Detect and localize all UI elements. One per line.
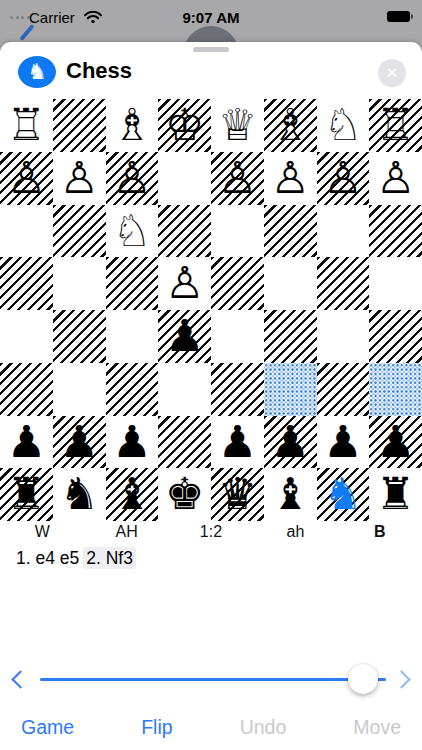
square-a3[interactable] — [369, 205, 422, 258]
square-d8[interactable]: ♛ — [211, 468, 264, 521]
square-f1[interactable]: ♗ — [106, 99, 159, 152]
piece-black-pawn[interactable]: ♟ — [59, 416, 98, 469]
square-a7[interactable]: ♟ — [369, 416, 422, 469]
square-h8[interactable]: ♜ — [0, 468, 53, 521]
square-e7[interactable] — [158, 416, 211, 469]
black-castling-rights: ah — [253, 523, 337, 541]
square-b7[interactable]: ♟ — [317, 416, 370, 469]
square-g6[interactable] — [53, 363, 106, 416]
square-a5[interactable] — [369, 310, 422, 363]
square-a2[interactable]: ♙ — [369, 152, 422, 205]
square-d1[interactable]: ♕ — [211, 99, 264, 152]
square-d7[interactable]: ♟ — [211, 416, 264, 469]
score-indicator: 1:2 — [169, 523, 253, 541]
clock-label: 9:07 AM — [0, 9, 422, 26]
piece-white-pawn[interactable]: ♙ — [59, 152, 98, 205]
square-a8[interactable]: ♜ — [369, 468, 422, 521]
square-a4[interactable] — [369, 257, 422, 310]
move-button[interactable]: Move — [353, 716, 401, 739]
piece-white-bishop[interactable]: ♗ — [112, 99, 151, 152]
square-b5[interactable] — [317, 310, 370, 363]
piece-black-rook[interactable]: ♜ — [7, 468, 46, 521]
square-e4[interactable]: ♙ — [158, 257, 211, 310]
square-e2[interactable] — [158, 152, 211, 205]
square-e1[interactable]: ♔ — [158, 99, 211, 152]
black-label side-to-move: B — [338, 523, 422, 541]
square-d2[interactable]: ♙ — [211, 152, 264, 205]
piece-black-pawn[interactable]: ♟ — [7, 416, 46, 469]
flip-button[interactable]: Flip — [141, 716, 172, 739]
piece-white-bishop[interactable]: ♗ — [270, 99, 309, 152]
app-logo knight-icon: ♞ — [18, 56, 56, 88]
board-status-row: W AH 1:2 ah B — [0, 523, 422, 541]
piece-white-rook[interactable]: ♖ — [376, 99, 415, 152]
square-b6[interactable] — [317, 363, 370, 416]
piece-white-pawn[interactable]: ♙ — [323, 152, 362, 205]
piece-black-queen[interactable]: ♛ — [218, 468, 257, 521]
square-e3[interactable] — [158, 205, 211, 258]
piece-black-pawn[interactable]: ♟ — [376, 416, 415, 469]
undo-button[interactable]: Undo — [240, 716, 287, 739]
phone-screen: Carrier 9:07 AM ♞ Chess ✕ ♖♗♔♕♗♘♖♙♙♙♙♙♙♙… — [0, 0, 422, 750]
move-slider-knob[interactable] — [348, 664, 378, 694]
piece-black-knight[interactable]: ♞ — [323, 468, 362, 521]
piece-white-rook[interactable]: ♖ — [7, 99, 46, 152]
square-c5[interactable] — [264, 310, 317, 363]
square-g1[interactable] — [53, 99, 106, 152]
square-c8[interactable]: ♝ — [264, 468, 317, 521]
square-e5[interactable]: ♟ — [158, 310, 211, 363]
logo-knight-glyph: ♞ — [27, 61, 47, 83]
piece-white-knight[interactable]: ♘ — [323, 99, 362, 152]
piece-white-knight[interactable]: ♘ — [112, 205, 151, 258]
close-icon: ✕ — [386, 64, 399, 82]
square-f4[interactable] — [106, 257, 159, 310]
white-label: W — [0, 523, 84, 541]
square-b1[interactable]: ♘ — [317, 99, 370, 152]
piece-white-queen[interactable]: ♕ — [218, 99, 257, 152]
square-g8[interactable]: ♞ — [53, 468, 106, 521]
piece-white-pawn[interactable]: ♙ — [7, 152, 46, 205]
square-e6[interactable] — [158, 363, 211, 416]
piece-black-pawn[interactable]: ♟ — [323, 416, 362, 469]
square-b8[interactable]: ♞ — [317, 468, 370, 521]
square-b2[interactable]: ♙ — [317, 152, 370, 205]
square-g4[interactable] — [53, 257, 106, 310]
square-h1[interactable]: ♖ — [0, 99, 53, 152]
square-h4[interactable] — [0, 257, 53, 310]
battery-icon — [387, 11, 410, 22]
piece-black-bishop[interactable]: ♝ — [270, 468, 309, 521]
game-button[interactable]: Game — [21, 716, 74, 739]
square-h3[interactable] — [0, 205, 53, 258]
square-b3[interactable] — [317, 205, 370, 258]
piece-white-pawn[interactable]: ♙ — [270, 152, 309, 205]
square-h2[interactable]: ♙ — [0, 152, 53, 205]
square-c2[interactable]: ♙ — [264, 152, 317, 205]
piece-white-pawn[interactable]: ♙ — [218, 152, 257, 205]
moves-played: 1. e4 e5 — [16, 548, 79, 568]
piece-black-pawn[interactable]: ♟ — [165, 310, 204, 363]
square-c3[interactable] — [264, 205, 317, 258]
move-list: 1. e4 e52. Nf3 — [16, 548, 136, 569]
piece-black-king[interactable]: ♚ — [165, 468, 204, 521]
piece-black-pawn[interactable]: ♟ — [218, 416, 257, 469]
chess-board: ♖♗♔♕♗♘♖♙♙♙♙♙♙♙♘♙♟♟♟♟♟♟♟♟♜♞♝♚♛♝♞♜ — [0, 99, 422, 521]
piece-black-bishop[interactable]: ♝ — [112, 468, 151, 521]
close-button[interactable]: ✕ — [378, 59, 406, 87]
square-h7[interactable]: ♟ — [0, 416, 53, 469]
white-castling-rights: AH — [84, 523, 168, 541]
square-a6[interactable] — [369, 363, 422, 416]
sheet-grab-handle[interactable] — [193, 47, 229, 52]
square-c6[interactable] — [264, 363, 317, 416]
bottom-toolbar: Game Flip Undo Move — [0, 716, 422, 739]
square-d6[interactable] — [211, 363, 264, 416]
square-f3[interactable]: ♘ — [106, 205, 159, 258]
piece-white-pawn[interactable]: ♙ — [112, 152, 151, 205]
square-f2[interactable]: ♙ — [106, 152, 159, 205]
square-f8[interactable]: ♝ — [106, 468, 159, 521]
square-a1[interactable]: ♖ — [369, 99, 422, 152]
piece-black-knight[interactable]: ♞ — [59, 468, 98, 521]
square-c4[interactable] — [264, 257, 317, 310]
status-bar: Carrier 9:07 AM — [0, 0, 422, 42]
square-d4[interactable] — [211, 257, 264, 310]
square-b4[interactable] — [317, 257, 370, 310]
previous-move-icon[interactable] — [11, 670, 29, 688]
square-g7[interactable]: ♟ — [53, 416, 106, 469]
square-c7[interactable]: ♟ — [264, 416, 317, 469]
next-move-icon[interactable] — [392, 670, 410, 688]
square-d5[interactable] — [211, 310, 264, 363]
piece-white-pawn[interactable]: ♙ — [165, 257, 204, 310]
piece-white-king[interactable]: ♔ — [165, 99, 204, 152]
square-g2[interactable]: ♙ — [53, 152, 106, 205]
square-h6[interactable] — [0, 363, 53, 416]
move-slider-row — [0, 659, 422, 705]
square-f6[interactable] — [106, 363, 159, 416]
piece-white-pawn[interactable]: ♙ — [376, 152, 415, 205]
square-h5[interactable] — [0, 310, 53, 363]
square-f5[interactable] — [106, 310, 159, 363]
chess-sheet: ♞ Chess ✕ ♖♗♔♕♗♘♖♙♙♙♙♙♙♙♘♙♟♟♟♟♟♟♟♟♜♞♝♚♛♝… — [0, 42, 422, 750]
square-d3[interactable] — [211, 205, 264, 258]
square-f7[interactable]: ♟ — [106, 416, 159, 469]
page-title: Chess — [66, 58, 132, 84]
square-e8[interactable]: ♚ — [158, 468, 211, 521]
move-slider-track[interactable] — [40, 678, 386, 681]
piece-black-pawn[interactable]: ♟ — [270, 416, 309, 469]
piece-black-pawn[interactable]: ♟ — [112, 416, 151, 469]
square-g3[interactable] — [53, 205, 106, 258]
square-g5[interactable] — [53, 310, 106, 363]
current-move[interactable]: 2. Nf3 — [83, 547, 136, 569]
piece-black-rook[interactable]: ♜ — [376, 468, 415, 521]
square-c1[interactable]: ♗ — [264, 99, 317, 152]
